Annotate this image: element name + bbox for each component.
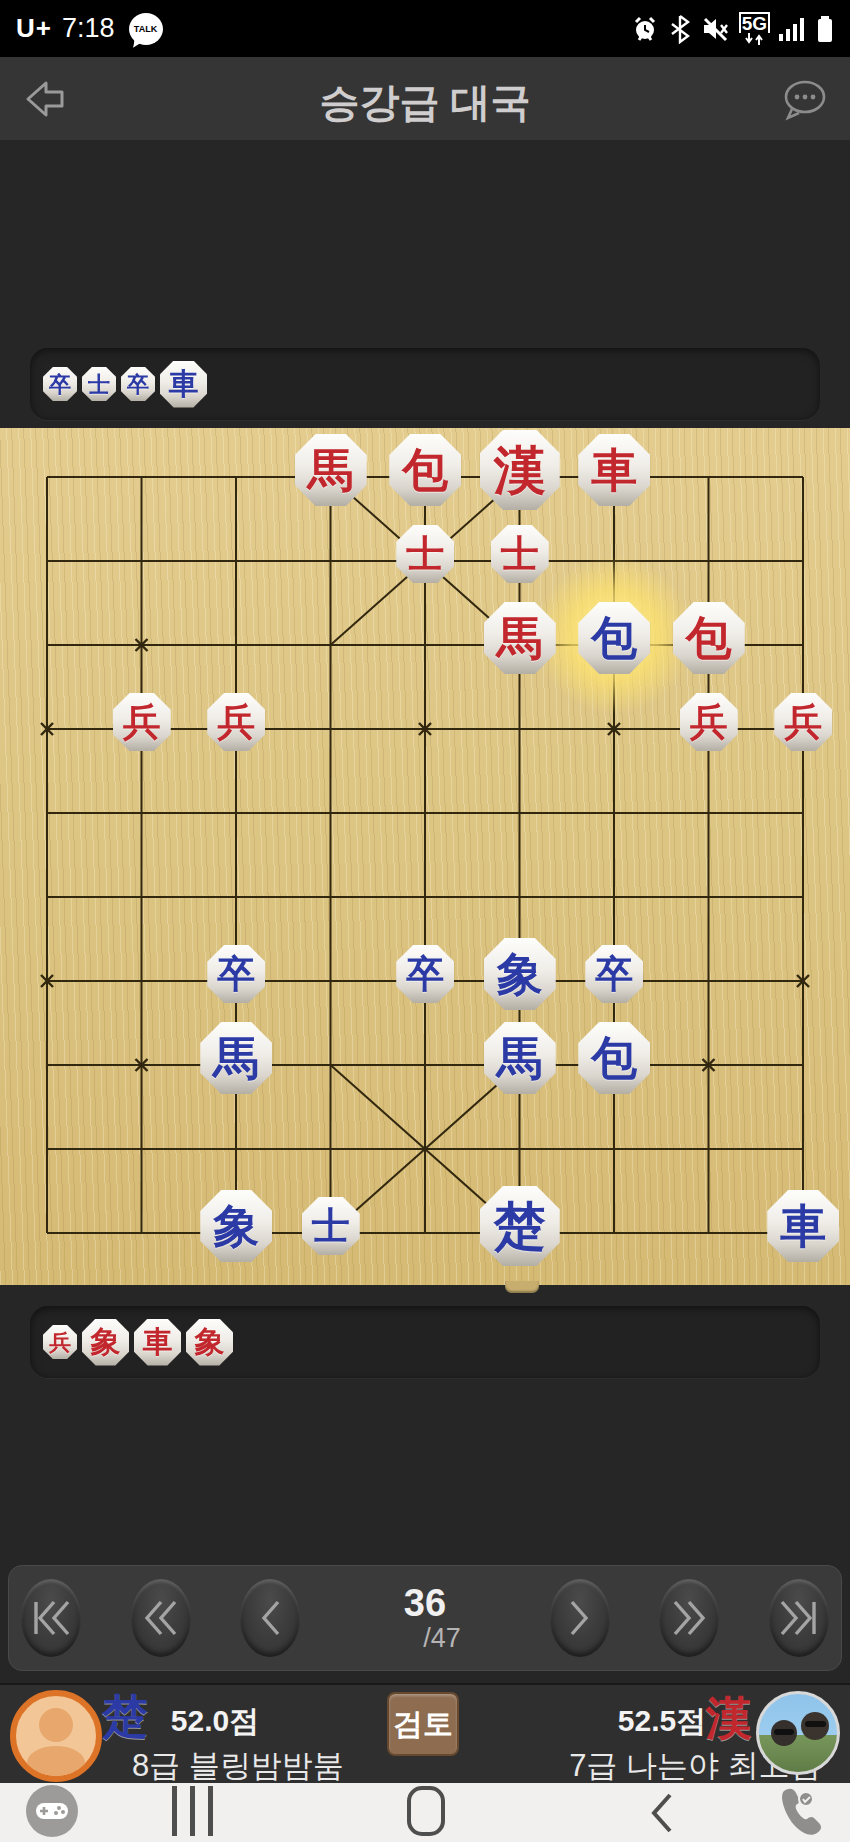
total-move-number: /47 [384, 1623, 500, 1654]
han-side-glyph: 漢 [706, 1695, 752, 1741]
network-5g-icon: 5G [739, 12, 770, 45]
piece-glyph: 士 [88, 373, 110, 395]
last-move-button[interactable] [769, 1579, 829, 1657]
piece-glyph: 兵 [123, 703, 161, 741]
chevron-right-icon [566, 1596, 594, 1640]
board-cell: 兵 [189, 687, 284, 771]
piece-glyph: 兵 [217, 703, 255, 741]
piece-glyph: 車 [591, 447, 637, 493]
piece-glyph: 象 [195, 1327, 225, 1357]
carrier-label: U+ [16, 13, 52, 44]
board-piece-cho[interactable]: 馬 [200, 1022, 272, 1094]
captured-piece: 兵 [43, 1325, 77, 1359]
board-cell: 楚 [473, 1191, 568, 1275]
board-cell: 象 [189, 1191, 284, 1275]
home-icon[interactable] [407, 1786, 445, 1836]
status-icon-group: 5G [630, 12, 834, 45]
current-move-number: 36 [350, 1582, 500, 1625]
board-cell: 包 [567, 603, 662, 687]
first-move-button[interactable] [21, 1579, 81, 1657]
board-piece-han[interactable]: 兵 [207, 693, 265, 751]
back-arrow-icon[interactable] [24, 79, 76, 119]
board-cell: 馬 [473, 1023, 568, 1107]
chevron-left-icon [256, 1596, 284, 1640]
cho-side-glyph: 楚 [102, 1693, 148, 1739]
captured-piece: 車 [160, 361, 207, 408]
piece-glyph: 兵 [690, 703, 728, 741]
board-piece-cho[interactable]: 楚 [480, 1186, 560, 1266]
captured-piece: 卒 [43, 367, 77, 401]
mute-icon [700, 14, 730, 44]
board-piece-cho[interactable]: 卒 [585, 945, 643, 1003]
signal-icon [779, 14, 807, 44]
board-piece-han[interactable]: 包 [673, 602, 745, 674]
board-cell: 兵 [756, 687, 850, 771]
board-edge-tab [505, 1281, 539, 1293]
recents-icon[interactable] [172, 1786, 213, 1836]
captured-piece: 士 [82, 367, 116, 401]
piece-glyph: 漢 [494, 444, 546, 496]
gamepad-icon[interactable] [26, 1785, 78, 1837]
next-move-button[interactable] [550, 1579, 610, 1657]
piece-glyph: 車 [169, 369, 199, 399]
board-piece-cho[interactable]: 馬 [484, 1022, 556, 1094]
piece-grid: 馬包漢車士士馬包包兵兵兵兵卒卒象卒馬馬包象士楚車 [0, 435, 850, 1275]
chat-bubble-icon[interactable] [782, 79, 828, 121]
piece-glyph: 士 [406, 535, 444, 573]
piece-glyph: 馬 [497, 1035, 543, 1081]
piece-glyph: 馬 [308, 447, 354, 493]
board-piece-cho[interactable]: 車 [767, 1190, 839, 1262]
player-bar: 楚 52.0점 8급 블링밤밤붐 검토 52.5점 漢 7급 나는야 최고임 [0, 1683, 850, 1785]
board-cell: 漢 [473, 435, 568, 519]
board-cell: 士 [284, 1191, 379, 1275]
piece-glyph: 卒 [127, 373, 149, 395]
captured-piece: 象 [82, 1319, 129, 1366]
board-cell: 包 [378, 435, 473, 519]
board-cell: 馬 [189, 1023, 284, 1107]
skip-to-end-icon [776, 1596, 822, 1640]
piece-glyph: 包 [402, 447, 448, 493]
piece-glyph: 包 [591, 615, 637, 661]
board-cell: 卒 [378, 939, 473, 1023]
battery-icon [816, 14, 834, 44]
piece-glyph: 包 [591, 1035, 637, 1081]
board-cell: 馬 [284, 435, 379, 519]
board-piece-cho[interactable]: 象 [200, 1190, 272, 1262]
kakaotalk-notification-icon: TALK [129, 13, 163, 45]
board-piece-han[interactable]: 漢 [480, 430, 560, 510]
board-piece-cho[interactable]: 包 [578, 1022, 650, 1094]
board-piece-han[interactable]: 馬 [484, 602, 556, 674]
board-piece-han[interactable]: 馬 [295, 434, 367, 506]
right-player-avatar[interactable] [756, 1691, 840, 1775]
captured-tray-by-han: 卒士卒車 [30, 348, 820, 420]
board-piece-han[interactable]: 兵 [774, 693, 832, 751]
board-cell: 包 [567, 1023, 662, 1107]
back-nav-icon[interactable] [648, 1791, 674, 1835]
board-piece-han[interactable]: 士 [396, 525, 454, 583]
skip-to-start-icon [28, 1596, 74, 1640]
left-player-score: 52.0점 [145, 1701, 285, 1742]
board-cell: 士 [378, 519, 473, 603]
app-screen: U+ 7:18 TALK 5G [0, 0, 850, 1842]
call-icon[interactable] [770, 1785, 822, 1839]
piece-glyph: 士 [501, 535, 539, 573]
piece-glyph: 馬 [497, 615, 543, 661]
double-chevron-right-icon [669, 1596, 709, 1640]
piece-glyph: 卒 [406, 955, 444, 993]
board-piece-cho[interactable]: 卒 [207, 945, 265, 1003]
piece-glyph: 兵 [49, 1331, 71, 1353]
piece-glyph: 卒 [595, 955, 633, 993]
board-piece-cho[interactable]: 士 [302, 1197, 360, 1255]
board-cell: 車 [756, 1191, 850, 1275]
status-time: 7:18 [62, 13, 115, 44]
page-title: 승강급 대국 [0, 75, 850, 130]
double-chevron-left-icon [141, 1596, 181, 1640]
piece-glyph: 卒 [217, 955, 255, 993]
board-cell: 卒 [189, 939, 284, 1023]
board-cell: 象 [473, 939, 568, 1023]
android-nav-bar [0, 1783, 850, 1842]
back-10-button[interactable] [131, 1579, 191, 1657]
header: 승강급 대국 [0, 57, 850, 140]
left-player-avatar[interactable] [10, 1690, 102, 1782]
status-bar: U+ 7:18 TALK 5G [0, 0, 850, 57]
review-button[interactable]: 검토 [387, 1692, 459, 1756]
piece-glyph: 車 [143, 1327, 173, 1357]
board-piece-han[interactable]: 兵 [680, 693, 738, 751]
board-piece-cho[interactable]: 象 [484, 938, 556, 1010]
piece-glyph: 兵 [784, 703, 822, 741]
piece-glyph: 包 [686, 615, 732, 661]
captured-piece: 象 [186, 1319, 233, 1366]
piece-glyph: 馬 [213, 1035, 259, 1081]
captured-tray-by-cho: 兵象車象 [30, 1306, 820, 1378]
piece-glyph: 卒 [49, 373, 71, 395]
board-cell: 兵 [95, 687, 190, 771]
piece-glyph: 士 [312, 1207, 350, 1245]
board-cell: 車 [567, 435, 662, 519]
forward-10-button[interactable] [659, 1579, 719, 1657]
piece-glyph: 象 [497, 951, 543, 997]
previous-move-button[interactable] [240, 1579, 300, 1657]
piece-glyph: 車 [780, 1203, 826, 1249]
board-piece-han[interactable]: 士 [491, 525, 549, 583]
alarm-icon [630, 14, 660, 44]
bluetooth-icon [669, 14, 691, 44]
board-piece-han[interactable]: 車 [578, 434, 650, 506]
board-cell: 卒 [567, 939, 662, 1023]
piece-glyph: 象 [213, 1203, 259, 1249]
janggi-board[interactable]: 馬包漢車士士馬包包兵兵兵兵卒卒象卒馬馬包象士楚車 [0, 428, 850, 1285]
board-piece-han[interactable]: 包 [389, 434, 461, 506]
board-piece-han[interactable]: 兵 [113, 693, 171, 751]
captured-piece: 卒 [121, 367, 155, 401]
piece-glyph: 楚 [494, 1200, 546, 1252]
board-piece-cho[interactable]: 卒 [396, 945, 454, 1003]
move-nav-panel: 36 /47 [8, 1565, 842, 1671]
piece-glyph: 象 [91, 1327, 121, 1357]
left-player-name: 8급 블링밤밤붐 [108, 1745, 368, 1787]
board-piece-cho[interactable]: 包 [578, 602, 650, 674]
move-counter: 36 /47 [350, 1582, 500, 1654]
captured-piece: 車 [134, 1319, 181, 1366]
